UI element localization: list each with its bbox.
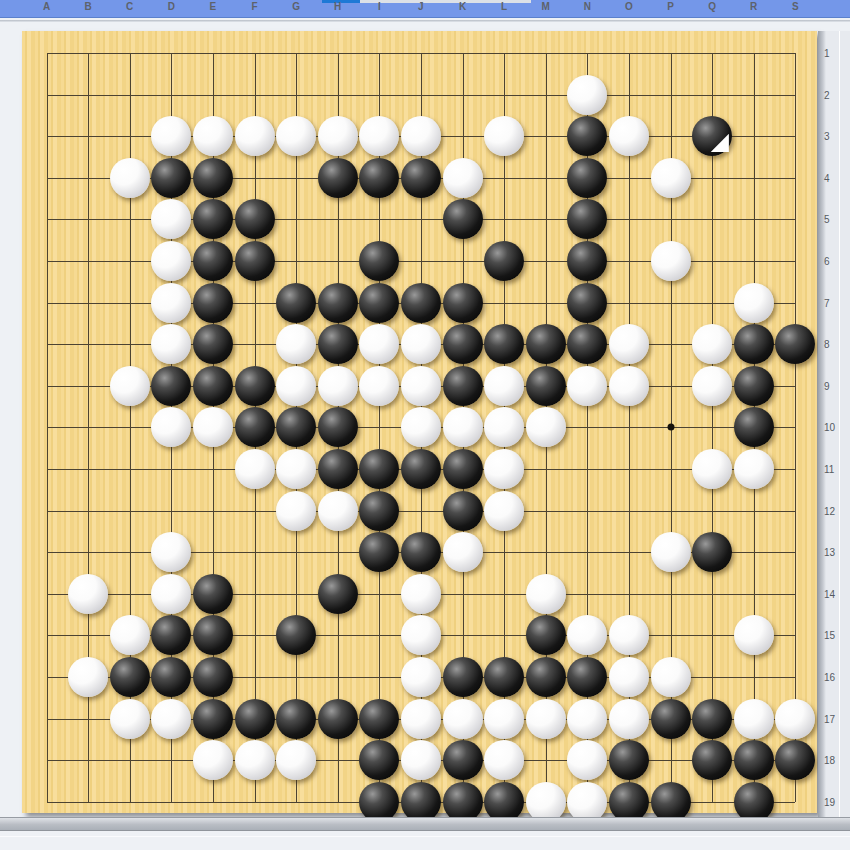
column-labels-bar — [0, 817, 850, 831]
stone-black-L16[interactable] — [484, 657, 524, 697]
stone-white-O15[interactable] — [609, 615, 649, 655]
stone-white-E3[interactable] — [193, 116, 233, 156]
stone-white-G3[interactable] — [276, 116, 316, 156]
stone-white-K13[interactable] — [443, 532, 483, 572]
stone-white-B14[interactable] — [68, 574, 108, 614]
stone-white-O9[interactable] — [609, 366, 649, 406]
column-label-D: D — [168, 1, 175, 12]
row-label-7: 7 — [824, 297, 830, 308]
column-label-M: M — [542, 1, 550, 12]
stone-black-F5[interactable] — [235, 199, 275, 239]
last-move-triangle-marker — [710, 134, 728, 152]
stone-white-P13[interactable] — [651, 532, 691, 572]
stone-black-K8[interactable] — [443, 324, 483, 364]
stone-black-J7[interactable] — [401, 283, 441, 323]
column-label-S: S — [792, 1, 799, 12]
stone-black-F10[interactable] — [235, 407, 275, 447]
stone-black-F9[interactable] — [235, 366, 275, 406]
stone-black-I19[interactable] — [359, 782, 399, 822]
stone-black-H10[interactable] — [318, 407, 358, 447]
column-label-R: R — [750, 1, 757, 12]
stone-white-C17[interactable] — [110, 699, 150, 739]
stone-black-P19[interactable] — [651, 782, 691, 822]
stone-black-I12[interactable] — [359, 491, 399, 531]
goban[interactable] — [22, 31, 817, 813]
column-label-C: C — [126, 1, 133, 12]
stone-white-D10[interactable] — [151, 407, 191, 447]
stone-white-D6[interactable] — [151, 241, 191, 281]
column-label-G: G — [292, 1, 300, 12]
row-labels-groove — [839, 31, 840, 817]
stone-black-L6[interactable] — [484, 241, 524, 281]
stone-white-J14[interactable] — [401, 574, 441, 614]
stone-white-G12[interactable] — [276, 491, 316, 531]
row-label-6: 6 — [824, 256, 830, 267]
row-label-16: 16 — [824, 672, 835, 683]
stone-white-G9[interactable] — [276, 366, 316, 406]
stone-black-E8[interactable] — [193, 324, 233, 364]
stone-black-D9[interactable] — [151, 366, 191, 406]
stone-black-I11[interactable] — [359, 449, 399, 489]
stone-black-M9[interactable] — [526, 366, 566, 406]
stone-black-E4[interactable] — [193, 158, 233, 198]
row-label-18: 18 — [824, 755, 835, 766]
stone-black-J4[interactable] — [401, 158, 441, 198]
stone-black-C16[interactable] — [110, 657, 150, 697]
stone-black-N4[interactable] — [567, 158, 607, 198]
stone-black-K12[interactable] — [443, 491, 483, 531]
grid-line-row — [47, 511, 796, 512]
stone-black-M15[interactable] — [526, 615, 566, 655]
stone-black-O18[interactable] — [609, 740, 649, 780]
row-label-10: 10 — [824, 422, 835, 433]
row-label-17: 17 — [824, 713, 835, 724]
stone-black-I18[interactable] — [359, 740, 399, 780]
stone-black-M8[interactable] — [526, 324, 566, 364]
stone-white-R17[interactable] — [734, 699, 774, 739]
stone-black-N6[interactable] — [567, 241, 607, 281]
row-label-5: 5 — [824, 214, 830, 225]
stone-white-O16[interactable] — [609, 657, 649, 697]
star-point — [667, 424, 674, 431]
stone-white-L3[interactable] — [484, 116, 524, 156]
row-label-19: 19 — [824, 796, 835, 807]
stone-white-O17[interactable] — [609, 699, 649, 739]
stone-white-I3[interactable] — [359, 116, 399, 156]
stone-black-K18[interactable] — [443, 740, 483, 780]
stone-black-G7[interactable] — [276, 283, 316, 323]
stone-white-J17[interactable] — [401, 699, 441, 739]
stone-white-Q8[interactable] — [692, 324, 732, 364]
stone-black-R18[interactable] — [734, 740, 774, 780]
stone-black-N8[interactable] — [567, 324, 607, 364]
stone-white-R15[interactable] — [734, 615, 774, 655]
stone-white-J15[interactable] — [401, 615, 441, 655]
stone-black-Q17[interactable] — [692, 699, 732, 739]
stone-black-D4[interactable] — [151, 158, 191, 198]
stone-white-Q11[interactable] — [692, 449, 732, 489]
row-label-11: 11 — [824, 464, 834, 475]
stone-black-D16[interactable] — [151, 657, 191, 697]
stone-white-I8[interactable] — [359, 324, 399, 364]
stone-white-Q9[interactable] — [692, 366, 732, 406]
stone-black-Q3[interactable] — [692, 116, 732, 156]
column-label-E: E — [210, 1, 217, 12]
stone-white-N15[interactable] — [567, 615, 607, 655]
stone-white-F18[interactable] — [235, 740, 275, 780]
stone-black-E14[interactable] — [193, 574, 233, 614]
stone-white-S17[interactable] — [775, 699, 815, 739]
stone-black-H11[interactable] — [318, 449, 358, 489]
stone-black-E9[interactable] — [193, 366, 233, 406]
stone-white-M10[interactable] — [526, 407, 566, 447]
stone-black-R8[interactable] — [734, 324, 774, 364]
stone-black-I13[interactable] — [359, 532, 399, 572]
column-label-J: J — [418, 1, 424, 12]
stone-white-N9[interactable] — [567, 366, 607, 406]
stone-white-H9[interactable] — [318, 366, 358, 406]
stone-white-L10[interactable] — [484, 407, 524, 447]
stone-white-C9[interactable] — [110, 366, 150, 406]
stone-white-F3[interactable] — [235, 116, 275, 156]
stone-black-Q13[interactable] — [692, 532, 732, 572]
stone-white-G18[interactable] — [276, 740, 316, 780]
stone-white-D7[interactable] — [151, 283, 191, 323]
stone-black-S18[interactable] — [775, 740, 815, 780]
stone-black-K7[interactable] — [443, 283, 483, 323]
stone-black-R9[interactable] — [734, 366, 774, 406]
stone-white-C4[interactable] — [110, 158, 150, 198]
column-label-A: A — [43, 1, 50, 12]
stone-black-E17[interactable] — [193, 699, 233, 739]
stone-white-F11[interactable] — [235, 449, 275, 489]
grid-line-col — [795, 53, 796, 802]
stone-black-N5[interactable] — [567, 199, 607, 239]
stone-black-J11[interactable] — [401, 449, 441, 489]
stone-white-P6[interactable] — [651, 241, 691, 281]
stone-black-L8[interactable] — [484, 324, 524, 364]
row-label-4: 4 — [824, 172, 830, 183]
stone-black-K16[interactable] — [443, 657, 483, 697]
stone-white-L9[interactable] — [484, 366, 524, 406]
column-label-K: K — [459, 1, 466, 12]
stone-black-J13[interactable] — [401, 532, 441, 572]
stone-white-H12[interactable] — [318, 491, 358, 531]
stone-black-E6[interactable] — [193, 241, 233, 281]
stone-white-D14[interactable] — [151, 574, 191, 614]
column-label-N: N — [584, 1, 591, 12]
stone-white-N17[interactable] — [567, 699, 607, 739]
stone-white-J10[interactable] — [401, 407, 441, 447]
page-divider — [0, 20, 850, 22]
stone-white-E10[interactable] — [193, 407, 233, 447]
stone-black-E15[interactable] — [193, 615, 233, 655]
column-label-P: P — [667, 1, 674, 12]
row-label-8: 8 — [824, 339, 830, 350]
stone-white-L18[interactable] — [484, 740, 524, 780]
stone-white-R7[interactable] — [734, 283, 774, 323]
column-label-B: B — [84, 1, 91, 12]
stone-black-H4[interactable] — [318, 158, 358, 198]
stone-white-M17[interactable] — [526, 699, 566, 739]
stone-black-N16[interactable] — [567, 657, 607, 697]
column-label-I: I — [378, 1, 381, 12]
stone-black-P17[interactable] — [651, 699, 691, 739]
stone-black-K11[interactable] — [443, 449, 483, 489]
column-label-H: H — [334, 1, 341, 12]
stone-black-G17[interactable] — [276, 699, 316, 739]
stone-white-D5[interactable] — [151, 199, 191, 239]
stone-black-E5[interactable] — [193, 199, 233, 239]
stone-white-J9[interactable] — [401, 366, 441, 406]
stone-black-N7[interactable] — [567, 283, 607, 323]
column-label-Q: Q — [708, 1, 716, 12]
stone-white-L17[interactable] — [484, 699, 524, 739]
stone-black-H8[interactable] — [318, 324, 358, 364]
stone-black-R19[interactable] — [734, 782, 774, 822]
stone-black-D15[interactable] — [151, 615, 191, 655]
stone-white-O8[interactable] — [609, 324, 649, 364]
grid-line-col — [712, 53, 713, 802]
stone-white-P4[interactable] — [651, 158, 691, 198]
stone-white-E18[interactable] — [193, 740, 233, 780]
stone-black-H14[interactable] — [318, 574, 358, 614]
stone-white-J3[interactable] — [401, 116, 441, 156]
stone-white-I9[interactable] — [359, 366, 399, 406]
stone-black-F17[interactable] — [235, 699, 275, 739]
stone-black-F6[interactable] — [235, 241, 275, 281]
stone-black-L19[interactable] — [484, 782, 524, 822]
stone-white-M14[interactable] — [526, 574, 566, 614]
stone-white-N2[interactable] — [567, 75, 607, 115]
stone-black-G10[interactable] — [276, 407, 316, 447]
row-label-13: 13 — [824, 547, 835, 558]
stone-black-Q18[interactable] — [692, 740, 732, 780]
stone-black-E16[interactable] — [193, 657, 233, 697]
stone-white-D8[interactable] — [151, 324, 191, 364]
row-label-9: 9 — [824, 380, 830, 391]
stone-white-J18[interactable] — [401, 740, 441, 780]
stone-white-L12[interactable] — [484, 491, 524, 531]
stone-black-K19[interactable] — [443, 782, 483, 822]
stone-white-M19[interactable] — [526, 782, 566, 822]
stone-black-E7[interactable] — [193, 283, 233, 323]
stone-black-O19[interactable] — [609, 782, 649, 822]
stone-white-B16[interactable] — [68, 657, 108, 697]
stone-black-G15[interactable] — [276, 615, 316, 655]
stone-black-I6[interactable] — [359, 241, 399, 281]
stone-black-I7[interactable] — [359, 283, 399, 323]
column-label-F: F — [251, 1, 257, 12]
column-label-L: L — [501, 1, 507, 12]
stone-white-P16[interactable] — [651, 657, 691, 697]
stone-black-N3[interactable] — [567, 116, 607, 156]
row-label-15: 15 — [824, 630, 835, 641]
stone-black-H17[interactable] — [318, 699, 358, 739]
bottom-groove — [0, 836, 850, 837]
row-label-2: 2 — [824, 89, 830, 100]
row-label-12: 12 — [824, 505, 835, 516]
stone-white-J16[interactable] — [401, 657, 441, 697]
stone-black-M16[interactable] — [526, 657, 566, 697]
stone-white-G11[interactable] — [276, 449, 316, 489]
stone-black-K9[interactable] — [443, 366, 483, 406]
stone-black-R10[interactable] — [734, 407, 774, 447]
stone-white-R11[interactable] — [734, 449, 774, 489]
stone-white-K4[interactable] — [443, 158, 483, 198]
stone-white-N18[interactable] — [567, 740, 607, 780]
stone-white-D17[interactable] — [151, 699, 191, 739]
stone-white-J8[interactable] — [401, 324, 441, 364]
stone-black-J19[interactable] — [401, 782, 441, 822]
stone-white-G8[interactable] — [276, 324, 316, 364]
stone-white-K17[interactable] — [443, 699, 483, 739]
stone-white-N19[interactable] — [567, 782, 607, 822]
stone-white-L11[interactable] — [484, 449, 524, 489]
row-label-14: 14 — [824, 588, 835, 599]
row-label-3: 3 — [824, 131, 830, 142]
stone-black-H7[interactable] — [318, 283, 358, 323]
column-label-O: O — [625, 1, 633, 12]
stone-black-I4[interactable] — [359, 158, 399, 198]
stone-black-K5[interactable] — [443, 199, 483, 239]
stone-white-D13[interactable] — [151, 532, 191, 572]
stone-white-C15[interactable] — [110, 615, 150, 655]
row-label-1: 1 — [824, 48, 830, 59]
stone-black-I17[interactable] — [359, 699, 399, 739]
stone-white-D3[interactable] — [151, 116, 191, 156]
stone-black-S8[interactable] — [775, 324, 815, 364]
stone-white-H3[interactable] — [318, 116, 358, 156]
stone-white-O3[interactable] — [609, 116, 649, 156]
stone-white-K10[interactable] — [443, 407, 483, 447]
